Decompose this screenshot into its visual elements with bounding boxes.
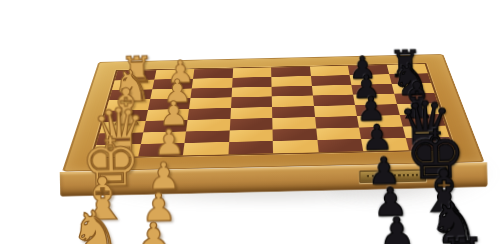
cell-a4 bbox=[235, 67, 271, 84]
cell-g5 bbox=[275, 220, 324, 244]
cell-b5 bbox=[271, 82, 309, 102]
cell-f5 bbox=[274, 188, 321, 221]
chess-set-photo: ♜♟♟♜♞♟♟♞♝♟♟♝♛♟♟♛♚♟♟♚♝♟♟♝♞♟♟♞♜♟♟♜ bbox=[0, 0, 500, 244]
cell-d3 bbox=[190, 127, 233, 157]
cell-g3 bbox=[178, 222, 228, 244]
black-pawn-h7: ♟ bbox=[383, 240, 422, 244]
cell-g2: ♟ bbox=[130, 223, 182, 244]
cell-d6 bbox=[312, 124, 356, 154]
cell-f3 bbox=[182, 190, 230, 223]
chess-board: ♜♟♟♜♞♟♟♞♝♟♟♝♛♟♟♛♚♟♟♚♝♟♟♝♞♟♟♞♜♟♟♜ bbox=[62, 54, 485, 172]
perspective-stage: ♜♟♟♜♞♟♟♞♝♟♟♝♛♟♟♛♚♟♟♚♝♟♟♝♞♟♟♞♜♟♟♜ bbox=[82, 0, 462, 222]
cell-a6 bbox=[306, 66, 344, 83]
cell-f4 bbox=[228, 189, 274, 222]
cell-e6 bbox=[315, 153, 362, 188]
cell-f6 bbox=[318, 187, 367, 220]
cell-g4 bbox=[227, 221, 275, 244]
board-pieces: ♜♟♟♜♞♟♟♞♝♟♟♝♛♟♟♛♚♟♟♚♝♟♟♝♞♟♟♞♜♟♟♜ bbox=[93, 64, 454, 158]
white-rook-h1: ♜ bbox=[65, 239, 112, 244]
cell-e4 bbox=[230, 155, 274, 190]
cell-a5 bbox=[271, 67, 308, 84]
black-rook-h8: ♜ bbox=[439, 231, 486, 244]
cell-d5 bbox=[272, 125, 314, 155]
white-pawn-g2: ♟ bbox=[134, 217, 172, 244]
cell-g6 bbox=[321, 219, 372, 244]
cell-d4 bbox=[232, 126, 273, 156]
cell-c3 bbox=[194, 104, 234, 128]
